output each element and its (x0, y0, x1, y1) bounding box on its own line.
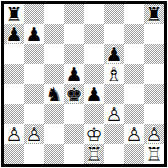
square-g7[interactable] (124, 24, 144, 44)
square-e5[interactable] (84, 64, 104, 84)
square-d2[interactable] (64, 124, 84, 144)
square-g1[interactable] (124, 144, 144, 164)
square-d1[interactable] (64, 144, 84, 164)
square-h6[interactable] (144, 44, 164, 64)
black-pawn-piece: ♟ (24, 24, 44, 44)
black-pawn-piece: ♟ (104, 44, 124, 64)
white-pawn-piece: ♙ (4, 124, 24, 144)
square-b6[interactable] (24, 44, 44, 64)
square-d7[interactable] (64, 24, 84, 44)
square-a5[interactable] (4, 64, 24, 84)
white-pawn-piece: ♙ (24, 124, 44, 144)
square-e7[interactable] (84, 24, 104, 44)
square-c6[interactable] (44, 44, 64, 64)
square-e8[interactable] (84, 4, 104, 24)
square-b7[interactable]: ♟♟ (24, 24, 44, 44)
black-knight-piece: ♞ (44, 84, 64, 104)
square-d3[interactable] (64, 104, 84, 124)
square-f1[interactable] (104, 144, 124, 164)
black-king-piece: ♚ (64, 84, 84, 104)
square-c1[interactable] (44, 144, 64, 164)
square-a3[interactable] (4, 104, 24, 124)
square-b3[interactable] (24, 104, 44, 124)
square-a1[interactable] (4, 144, 24, 164)
square-c8[interactable] (44, 4, 64, 24)
square-b5[interactable] (24, 64, 44, 84)
black-pawn-piece: ♟ (4, 24, 24, 44)
square-e3[interactable] (84, 104, 104, 124)
chess-board-frame: ♜♜♜♜♟♟♟♟♟♟♟♟♝♗♞♞♚♚♟♟♟♙♟♙♟♙♚♔♟♙♟♙♜♖♜♖ (1, 1, 167, 167)
square-g5[interactable] (124, 64, 144, 84)
square-f2[interactable] (104, 124, 124, 144)
square-d5[interactable]: ♟♟ (64, 64, 84, 84)
square-d8[interactable] (64, 4, 84, 24)
square-b1[interactable] (24, 144, 44, 164)
square-h1[interactable]: ♜♖ (144, 144, 164, 164)
black-rook-piece: ♜ (144, 4, 164, 24)
square-d6[interactable] (64, 44, 84, 64)
square-a7[interactable]: ♟♟ (4, 24, 24, 44)
square-c4[interactable]: ♞♞ (44, 84, 64, 104)
square-g2[interactable]: ♟♙ (124, 124, 144, 144)
square-a6[interactable] (4, 44, 24, 64)
square-g3[interactable] (124, 104, 144, 124)
black-rook-piece: ♜ (4, 4, 24, 24)
white-rook-piece: ♖ (84, 144, 104, 164)
square-b8[interactable] (24, 4, 44, 24)
white-king-piece: ♔ (84, 124, 104, 144)
square-e4[interactable]: ♟♟ (84, 84, 104, 104)
square-h4[interactable] (144, 84, 164, 104)
square-d4[interactable]: ♚♚ (64, 84, 84, 104)
square-f4[interactable] (104, 84, 124, 104)
square-f7[interactable] (104, 24, 124, 44)
square-f5[interactable]: ♝♗ (104, 64, 124, 84)
square-c5[interactable] (44, 64, 64, 84)
square-b4[interactable] (24, 84, 44, 104)
black-pawn-piece: ♟ (64, 64, 84, 84)
square-a4[interactable] (4, 84, 24, 104)
white-bishop-piece: ♗ (104, 64, 124, 84)
square-c2[interactable] (44, 124, 64, 144)
square-c7[interactable] (44, 24, 64, 44)
square-e1[interactable]: ♜♖ (84, 144, 104, 164)
square-a2[interactable]: ♟♙ (4, 124, 24, 144)
square-f8[interactable] (104, 4, 124, 24)
square-e2[interactable]: ♚♔ (84, 124, 104, 144)
square-f3[interactable]: ♟♙ (104, 104, 124, 124)
white-pawn-piece: ♙ (144, 124, 164, 144)
white-pawn-piece: ♙ (124, 124, 144, 144)
square-c3[interactable] (44, 104, 64, 124)
square-h5[interactable] (144, 64, 164, 84)
chess-board: ♜♜♜♜♟♟♟♟♟♟♟♟♝♗♞♞♚♚♟♟♟♙♟♙♟♙♚♔♟♙♟♙♜♖♜♖ (4, 4, 164, 164)
white-rook-piece: ♖ (144, 144, 164, 164)
square-h3[interactable] (144, 104, 164, 124)
square-e6[interactable] (84, 44, 104, 64)
square-a8[interactable]: ♜♜ (4, 4, 24, 24)
square-h7[interactable] (144, 24, 164, 44)
square-h2[interactable]: ♟♙ (144, 124, 164, 144)
square-g4[interactable] (124, 84, 144, 104)
white-pawn-piece: ♙ (104, 104, 124, 124)
square-g6[interactable] (124, 44, 144, 64)
square-b2[interactable]: ♟♙ (24, 124, 44, 144)
square-f6[interactable]: ♟♟ (104, 44, 124, 64)
square-g8[interactable] (124, 4, 144, 24)
square-h8[interactable]: ♜♜ (144, 4, 164, 24)
black-pawn-piece: ♟ (84, 84, 104, 104)
